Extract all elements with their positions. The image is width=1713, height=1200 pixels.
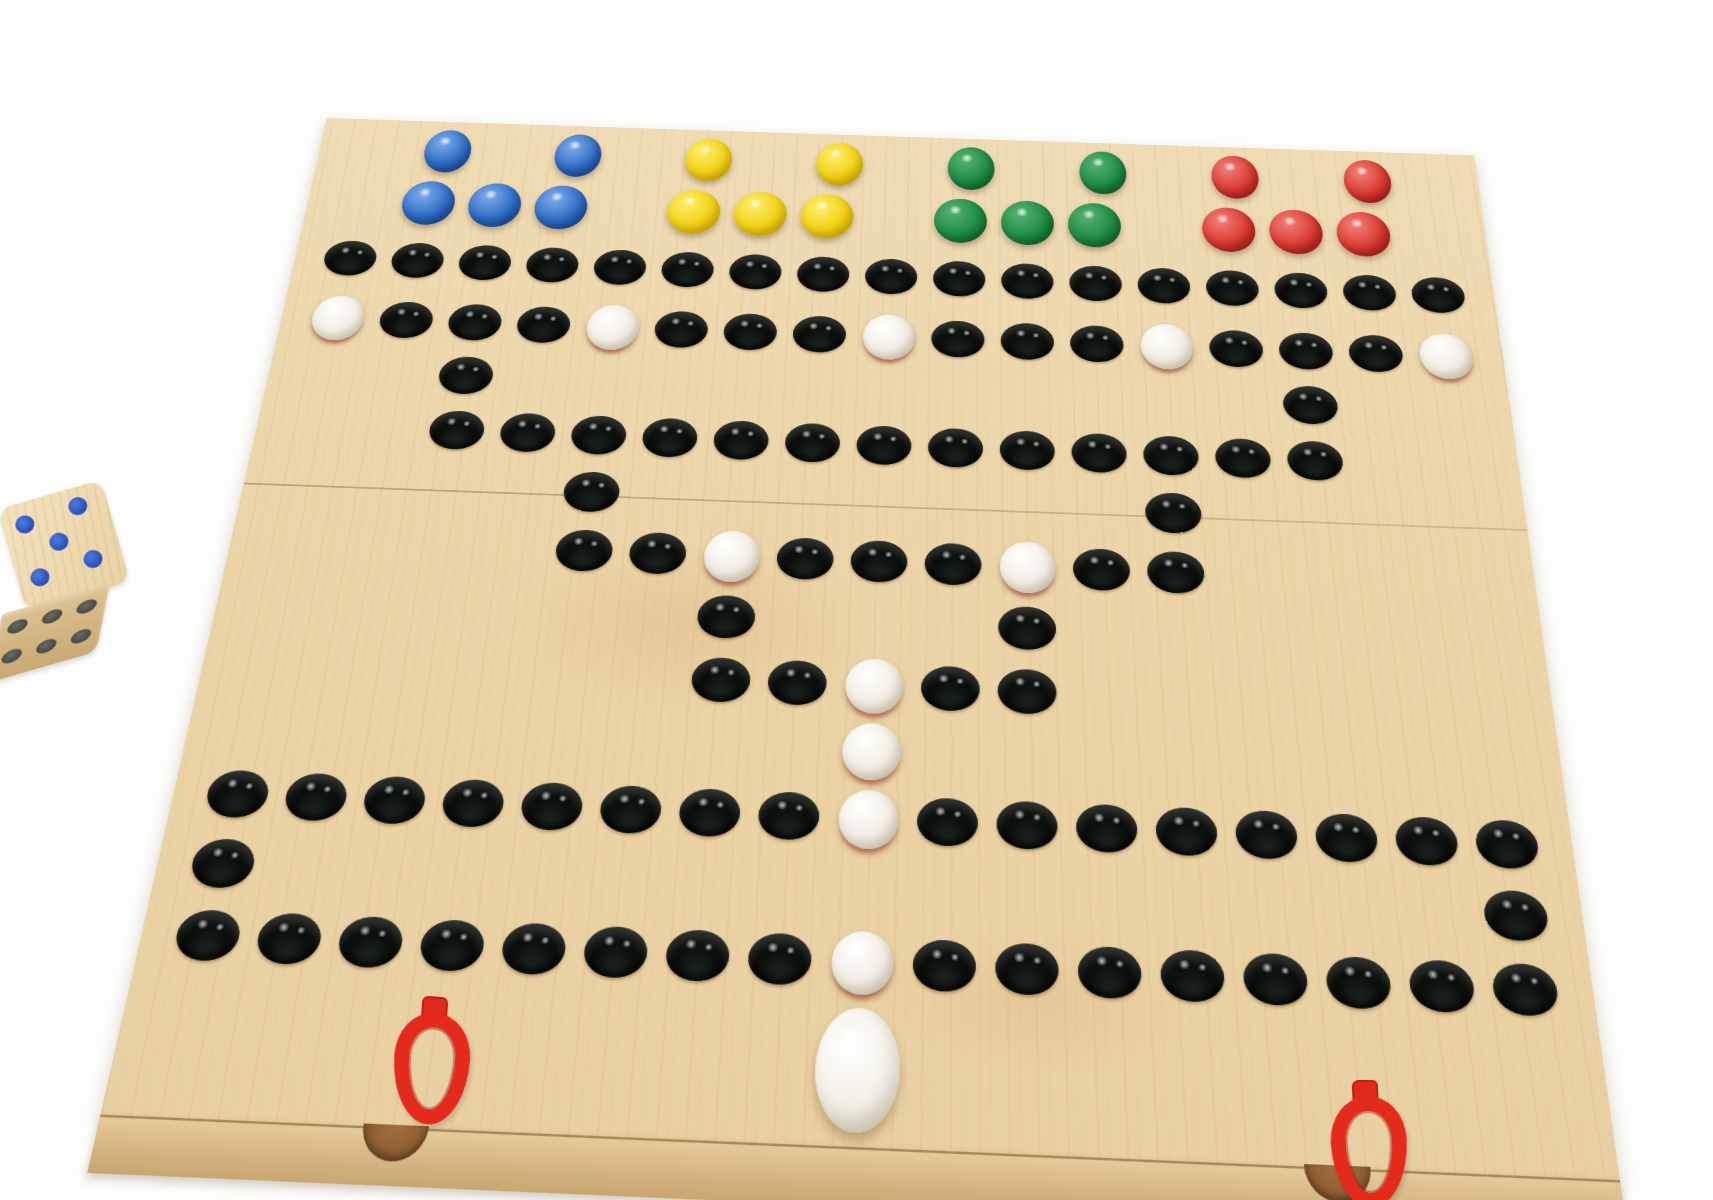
blue-ball[interactable] bbox=[531, 185, 590, 230]
cell-row-4-c8 bbox=[766, 523, 844, 595]
cell-link-5-c11 bbox=[986, 864, 1068, 927]
cell-link-2-c8 bbox=[771, 474, 847, 525]
yellow-ball[interactable] bbox=[732, 191, 788, 236]
cell-link-1-c2 bbox=[357, 349, 435, 396]
hole bbox=[933, 260, 986, 297]
cell-link-1-c15 bbox=[1273, 381, 1348, 429]
cell-row-2-c10 bbox=[922, 307, 993, 371]
cell-row-2-c17 bbox=[1407, 324, 1485, 388]
hole bbox=[864, 258, 917, 295]
cell-row-2-c4 bbox=[504, 293, 582, 356]
cell-link-3-c9 bbox=[837, 595, 914, 650]
hole bbox=[1342, 274, 1398, 311]
white-barricade-ball[interactable] bbox=[837, 789, 899, 850]
hole bbox=[1209, 330, 1265, 368]
cell-start-top-c12 bbox=[1060, 147, 1127, 197]
hole bbox=[722, 313, 778, 351]
cell-row-6-c16 bbox=[1383, 799, 1472, 884]
red-ball[interactable] bbox=[1201, 207, 1257, 253]
cell-start-bottom-c8 bbox=[791, 187, 861, 246]
cell-goal-c8 bbox=[726, 1001, 819, 1133]
hole bbox=[335, 916, 406, 969]
green-ball[interactable] bbox=[947, 147, 995, 191]
cell-row-6-c10 bbox=[906, 781, 987, 865]
hole bbox=[1155, 807, 1218, 857]
white-barricade-ball[interactable] bbox=[701, 530, 761, 583]
hole bbox=[850, 540, 908, 583]
cell-goal-c12 bbox=[1069, 1015, 1157, 1148]
hole bbox=[1070, 325, 1124, 363]
cell-start-top-c9 bbox=[862, 141, 930, 191]
cell-row-2-c3 bbox=[435, 291, 514, 354]
cell-start-bottom-c14 bbox=[1194, 200, 1265, 260]
cell-row-3-c2 bbox=[344, 394, 427, 461]
hole bbox=[172, 909, 245, 962]
cell-row-7-c11 bbox=[985, 924, 1069, 1014]
cell-link-3-c3 bbox=[385, 579, 468, 633]
cell-row-3-c1 bbox=[273, 392, 357, 459]
cell-row-6-c3 bbox=[348, 759, 440, 842]
cell-start-bottom-c13 bbox=[1127, 198, 1197, 258]
cell-link-1-c10 bbox=[921, 369, 992, 417]
hole bbox=[439, 779, 506, 828]
hole bbox=[1235, 810, 1299, 860]
cell-link-1-c7 bbox=[709, 361, 783, 409]
die-top-face-five bbox=[0, 480, 130, 612]
cell-row-4-c6 bbox=[617, 517, 698, 589]
cell-row-3-c6 bbox=[631, 404, 709, 472]
cell-goal-c16 bbox=[1404, 1029, 1503, 1163]
cell-row-4-c7 bbox=[691, 520, 771, 592]
white-barricade-ball[interactable] bbox=[999, 540, 1055, 593]
cell-link-3-c16 bbox=[1365, 615, 1447, 670]
cell-link-4-c8 bbox=[752, 719, 833, 779]
hole bbox=[757, 791, 820, 841]
hole bbox=[920, 665, 979, 711]
wooden-die[interactable] bbox=[0, 460, 187, 687]
cell-start-bottom-c16 bbox=[1327, 204, 1400, 264]
green-ball[interactable] bbox=[1079, 151, 1127, 195]
cell-row-1-c8 bbox=[787, 244, 859, 305]
cell-row-5-c15 bbox=[1294, 664, 1378, 743]
die-pip bbox=[81, 547, 104, 570]
hole bbox=[524, 247, 581, 283]
red-ball[interactable] bbox=[1342, 159, 1394, 203]
hole bbox=[728, 254, 783, 290]
hole bbox=[998, 606, 1056, 651]
hole bbox=[592, 249, 648, 285]
cell-row-6-c12 bbox=[1066, 787, 1147, 871]
cell-row-6-c9 bbox=[826, 778, 909, 862]
cell-row-6-c15 bbox=[1303, 796, 1390, 880]
hole bbox=[1314, 813, 1379, 863]
cell-link-4-c6 bbox=[596, 713, 679, 772]
cell-row-3-c8 bbox=[774, 409, 850, 477]
cell-row-1-c13 bbox=[1129, 255, 1200, 317]
white-barricade-ball[interactable] bbox=[840, 722, 901, 781]
white-barricade-ball[interactable] bbox=[862, 313, 916, 360]
cell-start-top-c6 bbox=[664, 135, 734, 185]
cell-link-3-c12 bbox=[1065, 604, 1142, 659]
cell-start-top-c17 bbox=[1388, 158, 1460, 209]
cell-row-2-c5 bbox=[574, 296, 651, 359]
cell-start-top-c1 bbox=[336, 124, 411, 174]
cell-start-bottom-c10 bbox=[926, 191, 994, 250]
cell-link-1-c17 bbox=[1414, 386, 1491, 434]
die-pip bbox=[47, 531, 70, 554]
cell-row-6-c11 bbox=[987, 784, 1067, 868]
cell-row-6-c8 bbox=[746, 774, 830, 857]
cell-link-3-c17 bbox=[1441, 618, 1524, 673]
cell-start-bottom-c5 bbox=[590, 180, 664, 239]
cell-link-4-c1 bbox=[207, 698, 296, 757]
cell-row-3-c15 bbox=[1277, 427, 1355, 496]
cell-link-3-c8 bbox=[762, 592, 840, 647]
cell-link-2-c11 bbox=[990, 482, 1063, 533]
cell-link-1-c5 bbox=[568, 357, 644, 405]
cell-row-6-c2 bbox=[269, 756, 362, 839]
rope-notch-left bbox=[357, 1123, 428, 1162]
cell-row-7-c2 bbox=[240, 895, 338, 984]
cell-row-4-c15 bbox=[1285, 542, 1366, 615]
cell-start-top-c13 bbox=[1126, 150, 1194, 200]
hole bbox=[1147, 551, 1205, 595]
cell-row-2-c2 bbox=[366, 289, 446, 352]
hole bbox=[377, 301, 436, 339]
green-ball[interactable] bbox=[1068, 202, 1122, 248]
hole bbox=[856, 425, 912, 465]
cell-start-top-c8 bbox=[796, 139, 865, 189]
yellow-ball[interactable] bbox=[815, 142, 864, 186]
hole bbox=[456, 245, 513, 281]
cell-row-6-c6 bbox=[587, 768, 674, 851]
cell-link-1-c4 bbox=[497, 354, 573, 402]
blue-ball[interactable] bbox=[398, 180, 458, 225]
cell-row-3-c4 bbox=[487, 399, 568, 466]
white-barricade-ball[interactable] bbox=[844, 657, 904, 714]
cell-row-4-c9 bbox=[840, 525, 917, 598]
cell-row-7-c5 bbox=[487, 905, 580, 994]
cell-link-3-c5 bbox=[536, 584, 617, 638]
cell-row-3-c10 bbox=[919, 414, 992, 482]
cell-link-5-c16 bbox=[1390, 880, 1478, 944]
cell-link-5-c13 bbox=[1148, 871, 1232, 935]
hole bbox=[792, 315, 847, 353]
cell-start-bottom-c12 bbox=[1061, 196, 1129, 255]
hole bbox=[796, 256, 850, 293]
cell-goal-c14 bbox=[1236, 1022, 1329, 1156]
yellow-ball[interactable] bbox=[665, 189, 722, 234]
cell-link-2-c15 bbox=[1281, 493, 1358, 545]
cell-row-3-c14 bbox=[1205, 424, 1281, 492]
hole bbox=[1071, 433, 1127, 474]
cell-goal-c17 bbox=[1488, 1032, 1590, 1166]
hole bbox=[1001, 322, 1054, 360]
cell-row-2-c1 bbox=[297, 286, 378, 349]
cell-link-3-c15 bbox=[1290, 612, 1370, 667]
hole bbox=[515, 306, 573, 344]
cell-link-3-c4 bbox=[460, 581, 542, 635]
hole bbox=[1278, 332, 1334, 370]
cell-link-5-c2 bbox=[257, 836, 348, 898]
hole bbox=[1069, 265, 1122, 302]
cell-row-3-c11 bbox=[991, 417, 1063, 485]
cell-row-5-c5 bbox=[525, 636, 610, 713]
cell-start-top-c3 bbox=[467, 128, 540, 178]
white-barricade-ball[interactable] bbox=[1140, 323, 1194, 370]
white-barricade-ball[interactable] bbox=[584, 304, 641, 350]
die-pip bbox=[41, 607, 64, 626]
cell-row-7-c6 bbox=[570, 908, 661, 998]
hole bbox=[569, 415, 628, 455]
cell-link-2-c1 bbox=[262, 456, 344, 507]
cell-row-5-c12 bbox=[1065, 656, 1143, 734]
hole bbox=[1001, 263, 1053, 300]
cell-row-5-c9 bbox=[834, 647, 914, 725]
cell-row-6-c5 bbox=[507, 765, 596, 848]
barricade-board bbox=[87, 118, 1628, 1200]
white-barricade-ball[interactable] bbox=[307, 295, 368, 341]
cell-link-5-c14 bbox=[1229, 874, 1314, 938]
white-barricade-ball[interactable] bbox=[1417, 332, 1475, 379]
cell-row-1-c9 bbox=[856, 246, 927, 307]
red-ball[interactable] bbox=[1268, 209, 1325, 255]
hole bbox=[1160, 949, 1225, 1003]
cell-row-3-c17 bbox=[1420, 432, 1501, 501]
cell-row-4-c16 bbox=[1359, 544, 1441, 617]
hole bbox=[653, 311, 709, 349]
cell-row-1-c3 bbox=[446, 232, 523, 293]
cell-link-4-c11 bbox=[988, 728, 1067, 788]
cell-row-2-c15 bbox=[1269, 319, 1344, 383]
die-pip bbox=[28, 566, 51, 589]
cell-row-4-c1 bbox=[247, 504, 335, 576]
cell-link-3-c1 bbox=[236, 573, 321, 627]
red-ball[interactable] bbox=[1335, 211, 1393, 257]
hole bbox=[1410, 277, 1467, 314]
hole bbox=[1078, 946, 1142, 1000]
die-pip bbox=[35, 637, 58, 656]
die-front-face-six bbox=[0, 583, 110, 682]
cell-row-7-c7 bbox=[653, 911, 742, 1001]
cell-link-2-c7 bbox=[698, 472, 775, 523]
cell-link-2-c4 bbox=[480, 464, 559, 515]
cell-link-5-c3 bbox=[338, 839, 428, 902]
cell-row-3-c13 bbox=[1134, 422, 1209, 490]
goal-ball[interactable] bbox=[812, 1007, 902, 1135]
cell-link-5-c10 bbox=[905, 861, 987, 924]
cell-link-4-c15 bbox=[1299, 740, 1382, 800]
hole bbox=[912, 939, 976, 993]
hole bbox=[1205, 270, 1259, 307]
hole bbox=[446, 304, 504, 342]
hole bbox=[499, 922, 568, 975]
cell-row-4-c11 bbox=[990, 531, 1065, 604]
hole bbox=[417, 919, 487, 972]
die-pip bbox=[13, 513, 36, 536]
cell-row-4-c17 bbox=[1433, 547, 1517, 621]
hole bbox=[924, 543, 981, 586]
cell-row-7-c17 bbox=[1478, 944, 1572, 1035]
cell-row-3-c16 bbox=[1348, 429, 1427, 498]
cell-row-7-c10 bbox=[902, 921, 986, 1011]
cell-row-7-c12 bbox=[1068, 928, 1153, 1018]
cell-row-5-c13 bbox=[1141, 659, 1221, 737]
cell-link-1-c11 bbox=[992, 371, 1063, 419]
board-grid bbox=[130, 124, 1591, 1166]
cell-row-2-c8 bbox=[783, 303, 856, 367]
cell-row-2-c11 bbox=[992, 310, 1062, 374]
cell-row-1-c14 bbox=[1197, 257, 1269, 319]
cell-goal-c5 bbox=[470, 990, 570, 1122]
hole bbox=[360, 776, 428, 825]
red-ball[interactable] bbox=[1210, 155, 1260, 199]
cell-link-4-c12 bbox=[1066, 731, 1145, 791]
hole bbox=[660, 251, 715, 287]
cell-row-5-c4 bbox=[449, 633, 536, 710]
cell-row-1-c5 bbox=[582, 237, 657, 298]
cell-link-1-c14 bbox=[1203, 378, 1277, 426]
hole bbox=[1000, 430, 1055, 471]
cell-row-5-c14 bbox=[1218, 661, 1300, 739]
cell-link-2-c3 bbox=[407, 461, 487, 512]
cell-row-1-c17 bbox=[1400, 264, 1476, 326]
cell-start-top-c10 bbox=[928, 143, 995, 193]
green-ball[interactable] bbox=[1001, 200, 1054, 246]
cell-row-7-c4 bbox=[405, 901, 499, 990]
hole bbox=[696, 595, 757, 640]
hole bbox=[1325, 956, 1393, 1010]
hole bbox=[1143, 435, 1200, 476]
cell-row-3-c3 bbox=[416, 397, 498, 464]
cell-link-2-c5 bbox=[552, 467, 630, 518]
hole bbox=[498, 413, 558, 453]
cell-link-2-c10 bbox=[917, 480, 991, 531]
cell-row-4-c2 bbox=[321, 507, 407, 579]
hole bbox=[1407, 959, 1476, 1013]
hole bbox=[436, 356, 495, 395]
cell-start-bottom-c15 bbox=[1260, 202, 1332, 262]
hole bbox=[187, 838, 258, 889]
cell-link-2-c14 bbox=[1209, 490, 1285, 542]
cell-row-5-c2 bbox=[296, 627, 386, 704]
cell-row-1-c11 bbox=[993, 251, 1062, 313]
blue-ball[interactable] bbox=[552, 134, 604, 178]
hole bbox=[582, 926, 650, 979]
yellow-ball[interactable] bbox=[799, 194, 854, 240]
cell-row-2-c7 bbox=[713, 300, 787, 363]
cell-row-3-c7 bbox=[702, 407, 779, 475]
hole bbox=[996, 800, 1057, 850]
hole bbox=[784, 423, 841, 463]
cell-row-2-c12 bbox=[1062, 312, 1133, 376]
cell-goal-c6 bbox=[555, 994, 653, 1126]
cell-link-3-c2 bbox=[310, 576, 394, 630]
cell-row-1-c4 bbox=[514, 235, 590, 296]
cell-row-1-c7 bbox=[719, 241, 792, 302]
hole bbox=[677, 788, 741, 838]
hole bbox=[553, 529, 614, 572]
die-pip bbox=[0, 647, 23, 666]
cell-link-4-c2 bbox=[285, 701, 373, 760]
blue-ball[interactable] bbox=[420, 130, 474, 174]
cell-row-4-c10 bbox=[915, 528, 991, 601]
cell-row-4-c3 bbox=[395, 509, 480, 581]
hole bbox=[282, 772, 351, 821]
cell-link-5-c4 bbox=[418, 842, 507, 905]
cell-goal-c9 bbox=[812, 1004, 902, 1136]
hole bbox=[690, 657, 752, 703]
board-playing-surface bbox=[100, 118, 1619, 1180]
cell-link-2-c17 bbox=[1427, 498, 1507, 550]
cell-row-6-c14 bbox=[1224, 793, 1309, 877]
cell-link-5-c8 bbox=[742, 855, 826, 918]
cell-start-top-c7 bbox=[730, 137, 800, 187]
hole bbox=[1137, 267, 1191, 304]
cell-link-3-c7 bbox=[686, 590, 765, 645]
cell-start-bottom-c9 bbox=[859, 189, 928, 248]
hole bbox=[767, 660, 828, 706]
cell-link-4-c13 bbox=[1144, 734, 1225, 794]
cell-row-4-c4 bbox=[469, 512, 553, 584]
cell-row-5-c11 bbox=[988, 653, 1066, 731]
cell-link-1-c13 bbox=[1133, 376, 1206, 424]
hole bbox=[995, 942, 1058, 996]
cell-row-5-c7 bbox=[679, 641, 762, 719]
cell-row-1-c16 bbox=[1332, 262, 1407, 324]
cell-row-7-c13 bbox=[1150, 931, 1237, 1022]
cell-link-1-c1 bbox=[287, 347, 366, 394]
cell-row-7-c9 bbox=[819, 918, 905, 1008]
cell-start-top-c15 bbox=[1257, 154, 1327, 205]
blue-ball[interactable] bbox=[465, 183, 525, 228]
hole bbox=[747, 932, 813, 986]
cell-link-3-c11 bbox=[989, 601, 1065, 656]
cell-goal-c7 bbox=[640, 997, 735, 1129]
cell-row-5-c3 bbox=[372, 630, 460, 707]
cell-row-1-c10 bbox=[924, 248, 993, 309]
cell-row-1-c15 bbox=[1264, 260, 1338, 322]
cell-row-2-c9 bbox=[852, 305, 924, 369]
cell-row-3-c12 bbox=[1063, 419, 1136, 487]
cell-start-bottom-c11 bbox=[994, 193, 1062, 252]
cell-link-2-c16 bbox=[1354, 495, 1433, 547]
cell-row-5-c16 bbox=[1370, 667, 1455, 746]
yellow-ball[interactable] bbox=[683, 138, 734, 182]
cell-link-4-c5 bbox=[518, 710, 603, 769]
cell-link-1-c3 bbox=[427, 352, 504, 399]
cell-start-bottom-c4 bbox=[523, 178, 598, 237]
hole bbox=[1282, 385, 1339, 425]
cell-link-2-c12 bbox=[1063, 485, 1137, 536]
cell-link-5-c12 bbox=[1067, 868, 1149, 931]
cell-row-3-c9 bbox=[846, 412, 920, 480]
hole bbox=[321, 240, 380, 276]
hole bbox=[1490, 963, 1560, 1017]
green-ball[interactable] bbox=[933, 198, 987, 244]
cell-link-5-c5 bbox=[499, 845, 587, 908]
cell-link-4-c7 bbox=[674, 716, 756, 776]
die-pip bbox=[66, 494, 89, 517]
hole bbox=[1145, 492, 1202, 534]
hole bbox=[1242, 952, 1309, 1006]
cell-goal-c13 bbox=[1152, 1018, 1243, 1151]
cell-link-4-c10 bbox=[909, 725, 988, 785]
cell-start-top-c5 bbox=[598, 133, 669, 183]
cell-row-7-c8 bbox=[735, 914, 823, 1004]
white-barricade-ball[interactable] bbox=[830, 930, 894, 996]
cell-start-bottom-c17 bbox=[1394, 207, 1469, 267]
